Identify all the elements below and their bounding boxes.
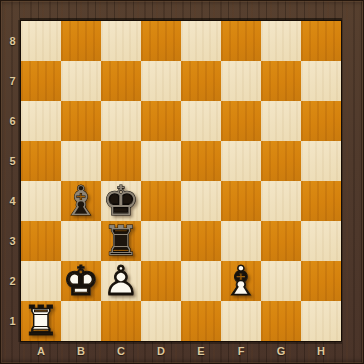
square-a6[interactable] [21,101,61,141]
square-b7[interactable] [61,61,101,101]
square-b2[interactable]: ♚♔ [61,261,101,301]
white-pawn-outline-icon: ♙ [101,261,141,301]
white-king-outline-icon: ♔ [61,261,101,301]
square-h6[interactable] [301,101,341,141]
piece-white-rook[interactable]: ♜♖ [21,301,61,341]
rank-label-8: 8 [0,21,20,61]
piece-white-pawn[interactable]: ♟♙ [101,261,141,301]
white-rook-outline-icon: ♖ [21,301,61,341]
black-bishop-icon: ♝ [61,181,101,221]
square-b8[interactable] [61,21,101,61]
square-f4[interactable] [221,181,261,221]
square-e4[interactable] [181,181,221,221]
square-h3[interactable] [301,221,341,261]
square-c5[interactable] [101,141,141,181]
square-c6[interactable] [101,101,141,141]
square-d5[interactable] [141,141,181,181]
square-g3[interactable] [261,221,301,261]
rank-label-6: 6 [0,101,20,141]
rank-label-5: 5 [0,141,20,181]
square-h7[interactable] [301,61,341,101]
square-h1[interactable] [301,301,341,341]
square-d3[interactable] [141,221,181,261]
square-c7[interactable] [101,61,141,101]
square-c2[interactable]: ♟♙ [101,261,141,301]
black-king-outline-icon: ♔ [101,181,141,221]
square-c3[interactable]: ♜♖ [101,221,141,261]
square-c8[interactable] [101,21,141,61]
square-e7[interactable] [181,61,221,101]
square-h2[interactable] [301,261,341,301]
square-g6[interactable] [261,101,301,141]
square-d4[interactable] [141,181,181,221]
black-rook-outline-icon: ♖ [101,221,141,261]
square-b4[interactable]: ♝♗ [61,181,101,221]
square-a2[interactable] [21,261,61,301]
black-rook-icon: ♜ [101,221,141,261]
file-label-d: D [141,341,181,363]
white-pawn-icon: ♟ [101,261,141,301]
square-b3[interactable] [61,221,101,261]
square-f6[interactable] [221,101,261,141]
file-labels: ABCDEFGH [21,341,341,363]
square-a4[interactable] [21,181,61,221]
square-e1[interactable] [181,301,221,341]
square-g5[interactable] [261,141,301,181]
file-label-g: G [261,341,301,363]
square-h8[interactable] [301,21,341,61]
square-f3[interactable] [221,221,261,261]
square-g8[interactable] [261,21,301,61]
square-d8[interactable] [141,21,181,61]
square-a1[interactable]: ♜♖ [21,301,61,341]
black-bishop-outline-icon: ♗ [61,181,101,221]
square-g2[interactable] [261,261,301,301]
file-label-h: H [301,341,341,363]
piece-black-king[interactable]: ♚♔ [101,181,141,221]
rank-labels: 87654321 [0,21,20,341]
square-f1[interactable] [221,301,261,341]
rank-label-7: 7 [0,61,20,101]
square-g7[interactable] [261,61,301,101]
black-king-icon: ♚ [101,181,141,221]
file-label-a: A [21,341,61,363]
square-a3[interactable] [21,221,61,261]
square-f8[interactable] [221,21,261,61]
chess-board-frame: 87654321 ABCDEFGH ♝♗♚♔♜♖♚♔♟♙♝♗♜♖ [0,0,364,364]
square-e6[interactable] [181,101,221,141]
square-f5[interactable] [221,141,261,181]
square-e2[interactable] [181,261,221,301]
square-d7[interactable] [141,61,181,101]
square-h5[interactable] [301,141,341,181]
square-e5[interactable] [181,141,221,181]
square-d2[interactable] [141,261,181,301]
square-g4[interactable] [261,181,301,221]
white-rook-icon: ♜ [21,301,61,341]
square-c4[interactable]: ♚♔ [101,181,141,221]
square-d6[interactable] [141,101,181,141]
file-label-c: C [101,341,141,363]
rank-label-3: 3 [0,221,20,261]
file-label-e: E [181,341,221,363]
piece-white-bishop[interactable]: ♝♗ [221,261,261,301]
square-b1[interactable] [61,301,101,341]
white-bishop-icon: ♝ [221,261,261,301]
square-d1[interactable] [141,301,181,341]
square-b6[interactable] [61,101,101,141]
file-label-b: B [61,341,101,363]
chess-board: ♝♗♚♔♜♖♚♔♟♙♝♗♜♖ [20,20,342,342]
square-f7[interactable] [221,61,261,101]
square-h4[interactable] [301,181,341,221]
piece-white-king[interactable]: ♚♔ [61,261,101,301]
square-a7[interactable] [21,61,61,101]
white-bishop-outline-icon: ♗ [221,261,261,301]
file-label-f: F [221,341,261,363]
square-a8[interactable] [21,21,61,61]
piece-black-rook[interactable]: ♜♖ [101,221,141,261]
rank-label-2: 2 [0,261,20,301]
piece-black-bishop[interactable]: ♝♗ [61,181,101,221]
square-b5[interactable] [61,141,101,181]
square-f2[interactable]: ♝♗ [221,261,261,301]
square-a5[interactable] [21,141,61,181]
white-king-icon: ♚ [61,261,101,301]
square-g1[interactable] [261,301,301,341]
rank-label-4: 4 [0,181,20,221]
square-e8[interactable] [181,21,221,61]
square-c1[interactable] [101,301,141,341]
square-e3[interactable] [181,221,221,261]
rank-label-1: 1 [0,301,20,341]
